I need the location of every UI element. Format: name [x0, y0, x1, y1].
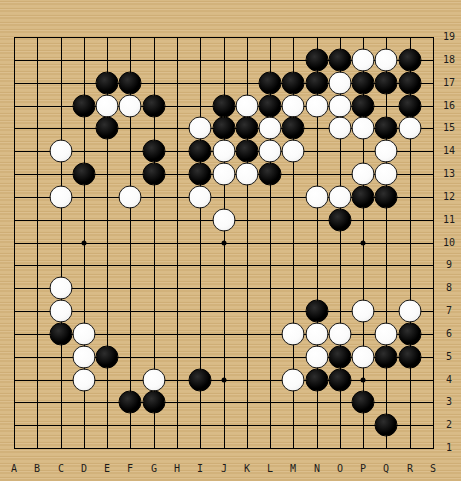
grid-line-horizontal: [14, 288, 434, 289]
stone-white[interactable]: [73, 369, 96, 392]
stone-black[interactable]: [399, 95, 422, 118]
stone-black[interactable]: [352, 72, 375, 95]
stone-black[interactable]: [375, 414, 398, 437]
stone-white[interactable]: [259, 117, 282, 140]
stone-black[interactable]: [399, 49, 422, 72]
column-label: N: [314, 464, 320, 474]
stone-white[interactable]: [329, 117, 352, 140]
column-label: J: [221, 464, 227, 474]
column-label: G: [151, 464, 157, 474]
stone-black[interactable]: [236, 117, 259, 140]
stone-white[interactable]: [143, 369, 166, 392]
row-label: 12: [443, 192, 455, 202]
stone-black[interactable]: [73, 95, 96, 118]
stone-black[interactable]: [189, 369, 212, 392]
stone-white[interactable]: [329, 323, 352, 346]
stone-white[interactable]: [189, 117, 212, 140]
row-label: 18: [443, 55, 455, 65]
stone-white[interactable]: [329, 95, 352, 118]
stone-black[interactable]: [143, 391, 166, 414]
column-label: P: [360, 464, 366, 474]
stone-white[interactable]: [306, 346, 329, 369]
stone-black[interactable]: [375, 186, 398, 209]
stone-black[interactable]: [352, 186, 375, 209]
column-label: L: [267, 464, 273, 474]
stone-black[interactable]: [213, 117, 236, 140]
stone-black[interactable]: [375, 346, 398, 369]
grid-line-horizontal: [14, 425, 434, 426]
stone-white[interactable]: [306, 95, 329, 118]
star-point: [361, 378, 366, 383]
row-label: 10: [443, 238, 455, 248]
stone-white[interactable]: [352, 49, 375, 72]
column-label: R: [407, 464, 413, 474]
stone-black[interactable]: [143, 95, 166, 118]
stone-black[interactable]: [329, 346, 352, 369]
row-label: 4: [446, 375, 452, 385]
stone-white[interactable]: [96, 95, 119, 118]
row-label: 6: [446, 329, 452, 339]
stone-white[interactable]: [119, 186, 142, 209]
row-label: 19: [443, 32, 455, 42]
column-label: M: [290, 464, 296, 474]
stone-black[interactable]: [143, 163, 166, 186]
stone-black[interactable]: [96, 72, 119, 95]
stone-white[interactable]: [213, 209, 236, 232]
stone-black[interactable]: [329, 369, 352, 392]
stone-black[interactable]: [189, 140, 212, 163]
row-label: 16: [443, 101, 455, 111]
stone-black[interactable]: [329, 49, 352, 72]
star-point: [361, 241, 366, 246]
stone-white[interactable]: [213, 140, 236, 163]
row-label: 5: [446, 352, 452, 362]
stone-white[interactable]: [399, 117, 422, 140]
row-label: 1: [446, 443, 452, 453]
stone-black[interactable]: [50, 323, 73, 346]
stone-black[interactable]: [282, 72, 305, 95]
row-label: 2: [446, 420, 452, 430]
stone-white[interactable]: [50, 300, 73, 323]
stone-black[interactable]: [259, 72, 282, 95]
row-label: 11: [443, 215, 455, 225]
row-label: 13: [443, 169, 455, 179]
stone-white[interactable]: [189, 186, 212, 209]
grid-line-horizontal: [14, 265, 434, 266]
star-point: [222, 378, 227, 383]
stone-white[interactable]: [213, 163, 236, 186]
stone-white[interactable]: [282, 323, 305, 346]
stone-black[interactable]: [119, 72, 142, 95]
stone-white[interactable]: [306, 186, 329, 209]
stone-black[interactable]: [306, 369, 329, 392]
stone-white[interactable]: [50, 186, 73, 209]
stone-black[interactable]: [375, 117, 398, 140]
column-label: F: [127, 464, 133, 474]
stone-white[interactable]: [352, 117, 375, 140]
column-label: S: [430, 464, 436, 474]
stone-white[interactable]: [282, 140, 305, 163]
column-label: I: [197, 464, 203, 474]
stone-white[interactable]: [352, 300, 375, 323]
column-label: D: [81, 464, 87, 474]
stone-white[interactable]: [306, 323, 329, 346]
column-label: K: [244, 464, 250, 474]
stone-black[interactable]: [189, 163, 212, 186]
stone-black[interactable]: [352, 391, 375, 414]
stone-black[interactable]: [329, 209, 352, 232]
column-label: E: [104, 464, 110, 474]
column-label: A: [11, 464, 17, 474]
stone-white[interactable]: [352, 346, 375, 369]
stone-white[interactable]: [375, 49, 398, 72]
row-label: 8: [446, 283, 452, 293]
stone-white[interactable]: [375, 323, 398, 346]
stone-black[interactable]: [399, 72, 422, 95]
stone-white[interactable]: [50, 277, 73, 300]
stone-white[interactable]: [50, 140, 73, 163]
stone-black[interactable]: [73, 163, 96, 186]
row-label: 3: [446, 397, 452, 407]
stone-white[interactable]: [259, 140, 282, 163]
row-label: 14: [443, 146, 455, 156]
stone-black[interactable]: [119, 391, 142, 414]
stone-white[interactable]: [73, 346, 96, 369]
stone-black[interactable]: [96, 117, 119, 140]
stone-black[interactable]: [306, 300, 329, 323]
stone-black[interactable]: [282, 117, 305, 140]
stone-black[interactable]: [306, 72, 329, 95]
column-label: Q: [383, 464, 389, 474]
stone-white[interactable]: [375, 163, 398, 186]
stone-white[interactable]: [236, 163, 259, 186]
grid-line-vertical: [386, 37, 387, 449]
stone-white[interactable]: [236, 95, 259, 118]
stone-black[interactable]: [399, 323, 422, 346]
row-label: 17: [443, 78, 455, 88]
stone-white[interactable]: [399, 300, 422, 323]
grid-line-horizontal: [14, 448, 434, 449]
column-label: O: [337, 464, 343, 474]
stone-black[interactable]: [143, 140, 166, 163]
row-label: 9: [446, 260, 452, 270]
star-point: [222, 241, 227, 246]
column-label: H: [174, 464, 180, 474]
stone-white[interactable]: [329, 186, 352, 209]
stone-white[interactable]: [352, 163, 375, 186]
stone-white[interactable]: [73, 323, 96, 346]
stone-white[interactable]: [282, 95, 305, 118]
grid-line-vertical: [433, 37, 434, 449]
row-label: 7: [446, 306, 452, 316]
stone-black[interactable]: [399, 346, 422, 369]
stone-black[interactable]: [259, 163, 282, 186]
row-label: 15: [443, 123, 455, 133]
stone-black[interactable]: [306, 49, 329, 72]
stone-black[interactable]: [236, 140, 259, 163]
stone-black[interactable]: [375, 72, 398, 95]
stone-black[interactable]: [213, 95, 236, 118]
column-label: B: [34, 464, 40, 474]
stone-white[interactable]: [119, 95, 142, 118]
stone-black[interactable]: [352, 95, 375, 118]
star-point: [82, 241, 87, 246]
go-board[interactable]: ABCDEFGHIJKLMNOPQRS191817161514131211109…: [0, 0, 461, 481]
stone-black[interactable]: [259, 95, 282, 118]
column-label: C: [58, 464, 64, 474]
stone-black[interactable]: [96, 346, 119, 369]
stone-white[interactable]: [375, 140, 398, 163]
stone-white[interactable]: [329, 72, 352, 95]
stone-white[interactable]: [282, 369, 305, 392]
